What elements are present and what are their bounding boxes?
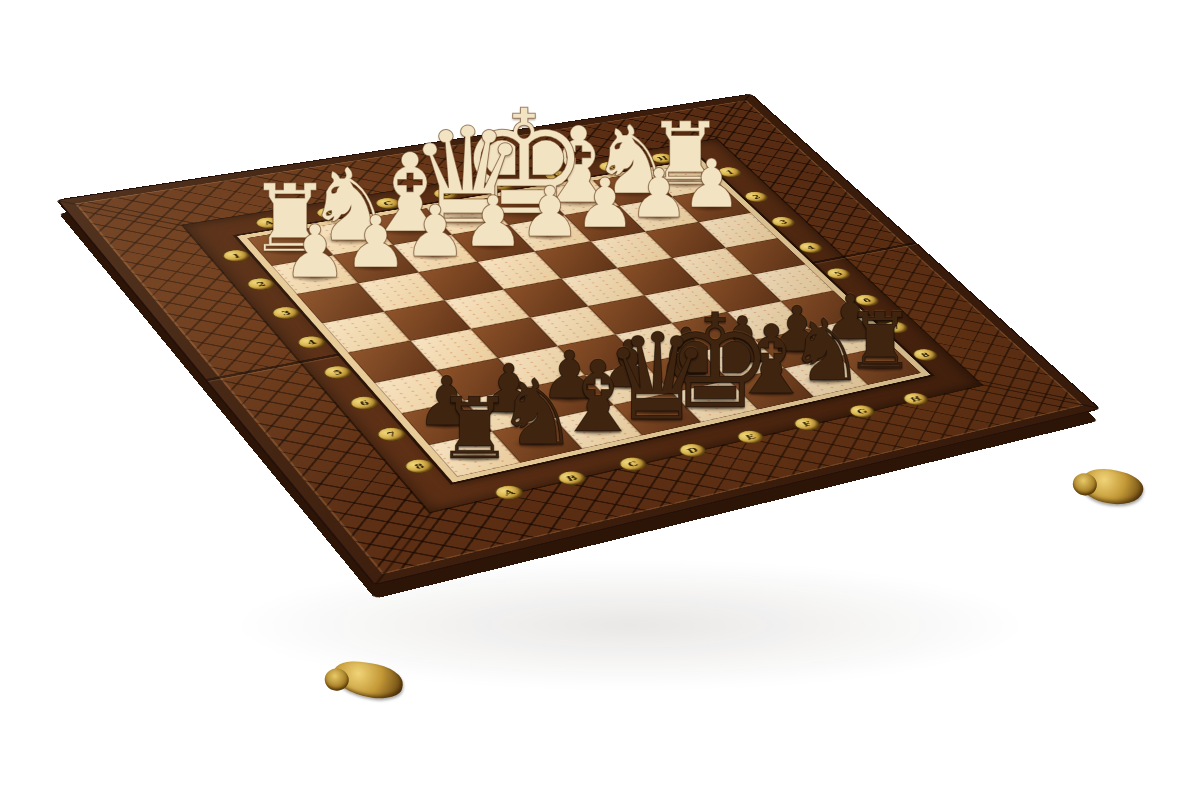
white-pawn-c2[interactable]: ♟ [403,196,467,267]
coordinate-disc-2: 2 [245,277,277,292]
square-h4[interactable] [726,238,806,274]
coordinate-disc-3: 3 [270,305,303,320]
black-rook-a8[interactable]: ♜ [437,386,513,471]
coordinate-disc-C: C [616,456,649,473]
square-g4[interactable] [672,248,753,285]
brass-foot-icon [1078,463,1146,511]
white-pawn-e2[interactable]: ♟ [519,178,581,247]
coordinate-disc-5: 5 [824,267,853,280]
white-pawn-b2[interactable]: ♟ [344,206,409,278]
square-e4[interactable] [561,268,644,306]
border-miter-line [58,200,184,226]
coordinate-disc-H: H [900,391,931,406]
coordinate-disc-2: 2 [742,191,770,203]
square-a4[interactable] [322,312,410,353]
white-pawn-g2[interactable]: ♟ [628,160,689,228]
coordinate-disc-4: 4 [796,241,825,254]
coordinate-disc-5: 5 [321,365,354,381]
coordinate-disc-G: G [847,404,878,419]
square-c4[interactable] [445,289,531,329]
brass-curl-icon [1071,471,1100,498]
coordinate-disc-3: 3 [769,216,798,229]
coordinate-disc-6: 6 [348,395,381,411]
square-d4[interactable] [504,279,588,318]
white-pawn-f2[interactable]: ♟ [574,169,636,238]
coordinate-disc-8: 8 [402,458,436,475]
coordinate-disc-7: 7 [375,426,409,443]
scene: 11AA22BB33CC44DD55EE66FF77GG88HH ♜♞♝♛♚♝♞… [0,0,1200,800]
white-pawn-d2[interactable]: ♟ [462,187,525,257]
border-miter-line [981,384,1099,408]
coordinate-disc-B: B [555,470,588,487]
white-pawn-a2[interactable]: ♟ [282,216,347,289]
coordinate-disc-A: A [492,484,526,501]
square-b4[interactable] [384,300,471,340]
coordinate-disc-8: 8 [910,348,940,362]
white-pawn-h2[interactable]: ♟ [682,151,742,218]
coordinate-disc-4: 4 [295,335,328,350]
coordinate-disc-F: F [791,416,822,432]
